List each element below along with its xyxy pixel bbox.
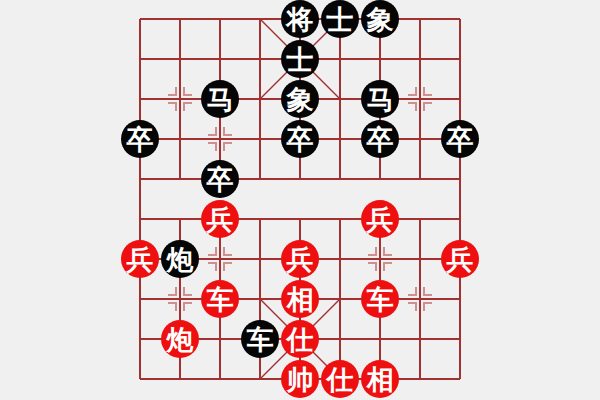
red-advisor[interactable]: 仕 bbox=[281, 320, 319, 358]
red-elephant[interactable]: 相 bbox=[361, 360, 399, 398]
red-general[interactable]: 帅 bbox=[281, 360, 319, 398]
black-horse[interactable]: 马 bbox=[201, 80, 239, 118]
black-pawn[interactable]: 卒 bbox=[441, 120, 479, 158]
red-pawn[interactable]: 兵 bbox=[441, 240, 479, 278]
black-horse[interactable]: 马 bbox=[361, 80, 399, 118]
black-cannon[interactable]: 炮 bbox=[161, 240, 199, 278]
red-pawn[interactable]: 兵 bbox=[121, 240, 159, 278]
black-pawn[interactable]: 卒 bbox=[121, 120, 159, 158]
black-pawn[interactable]: 卒 bbox=[361, 120, 399, 158]
red-advisor[interactable]: 仕 bbox=[321, 360, 359, 398]
red-chariot[interactable]: 车 bbox=[201, 280, 239, 318]
red-cannon[interactable]: 炮 bbox=[161, 320, 199, 358]
black-elephant[interactable]: 象 bbox=[281, 80, 319, 118]
black-elephant[interactable]: 象 bbox=[361, 0, 399, 38]
board-grid[interactable]: 将士象士马象马卒卒卒卒卒炮车兵兵兵兵兵车相车炮仕帅仕相 bbox=[120, 0, 480, 399]
red-pawn[interactable]: 兵 bbox=[361, 200, 399, 238]
black-chariot[interactable]: 车 bbox=[241, 320, 279, 358]
black-advisor[interactable]: 士 bbox=[321, 0, 359, 38]
xiangqi-board-screenshot: 将士象士马象马卒卒卒卒卒炮车兵兵兵兵兵车相车炮仕帅仕相 bbox=[0, 0, 600, 400]
red-pawn[interactable]: 兵 bbox=[281, 240, 319, 278]
black-pawn[interactable]: 卒 bbox=[281, 120, 319, 158]
red-chariot[interactable]: 车 bbox=[361, 280, 399, 318]
black-pawn[interactable]: 卒 bbox=[201, 160, 239, 198]
red-elephant[interactable]: 相 bbox=[281, 280, 319, 318]
black-advisor[interactable]: 士 bbox=[281, 40, 319, 78]
red-pawn[interactable]: 兵 bbox=[201, 200, 239, 238]
black-general[interactable]: 将 bbox=[281, 0, 319, 38]
